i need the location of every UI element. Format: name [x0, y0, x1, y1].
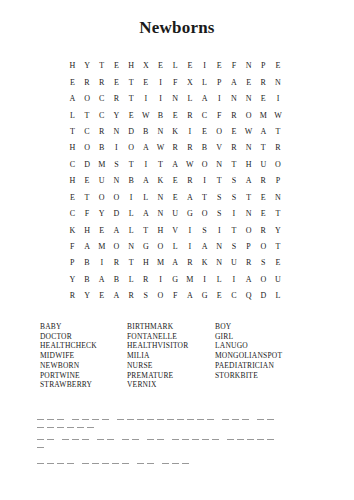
- answer-blank-word: [172, 429, 222, 447]
- letter-blank-dash: [172, 463, 179, 465]
- word-list-column-1: BABYDOCTORHEALTHCHECKMIDWIFENEWBORNPORTW…: [40, 322, 97, 390]
- letter-blank-dash: [107, 439, 114, 441]
- grid-cell: N: [109, 124, 124, 140]
- letter-blank-dash: [257, 439, 264, 441]
- grid-cell: E: [153, 58, 168, 74]
- grid-cell: O: [80, 91, 95, 107]
- grid-cell: R: [94, 74, 109, 90]
- grid-cell: H: [65, 173, 80, 189]
- grid-cell: A: [183, 190, 198, 206]
- word-item: VERNIX: [127, 380, 188, 390]
- grid-cell: I: [138, 91, 153, 107]
- grid-cell: T: [256, 140, 271, 156]
- grid-cell: A: [109, 222, 124, 238]
- letter-blank-dash: [147, 463, 154, 465]
- grid-cell: X: [138, 58, 153, 74]
- grid-cell: S: [227, 190, 242, 206]
- grid-cell: T: [124, 255, 139, 271]
- grid-cell: R: [271, 140, 286, 156]
- letter-blank-dash: [127, 419, 134, 421]
- grid-cell: N: [168, 91, 183, 107]
- grid-cell: T: [241, 190, 256, 206]
- grid-cell: U: [94, 173, 109, 189]
- letter-blank-dash: [102, 463, 109, 465]
- grid-cell: M: [153, 255, 168, 271]
- grid-cell: E: [227, 124, 242, 140]
- grid-cell: A: [138, 140, 153, 156]
- grid-cell: I: [197, 272, 212, 288]
- grid-cell: P: [65, 255, 80, 271]
- wordsearch-grid: HYTEHXELEIEFNPEERRETEIFXLPAERNAOCRTIINLA…: [65, 58, 285, 305]
- grid-cell: B: [197, 140, 212, 156]
- grid-cell: S: [227, 239, 242, 255]
- grid-cell: I: [227, 272, 242, 288]
- grid-cell: C: [65, 206, 80, 222]
- grid-cell: N: [153, 124, 168, 140]
- grid-cell: L: [124, 206, 139, 222]
- answer-blank-word: [37, 453, 77, 471]
- grid-cell: O: [241, 107, 256, 123]
- letter-blank-dash: [202, 439, 209, 441]
- letter-blank-dash: [147, 419, 154, 421]
- answer-blank-line: [37, 429, 327, 437]
- grid-cell: O: [94, 190, 109, 206]
- word-item: NURSE: [127, 361, 188, 371]
- grid-cell: C: [197, 107, 212, 123]
- grid-cell: K: [153, 173, 168, 189]
- word-item: BIRTHMARK: [127, 322, 188, 332]
- letter-blank-dash: [112, 463, 119, 465]
- letter-blank-dash: [137, 463, 144, 465]
- grid-cell: A: [80, 239, 95, 255]
- answer-blank-word: [122, 429, 142, 447]
- grid-cell: I: [212, 91, 227, 107]
- letter-blank-dash: [77, 427, 84, 429]
- grid-cell: A: [138, 173, 153, 189]
- grid-cell: B: [138, 124, 153, 140]
- grid-cell: U: [168, 206, 183, 222]
- letter-blank-dash: [67, 463, 74, 465]
- grid-cell: D: [109, 206, 124, 222]
- letter-blank-dash: [137, 419, 144, 421]
- letter-blank-dash: [247, 439, 254, 441]
- word-list-column-3: BOYGIRLLANUGOMONGOLIANSPOTPAEDIATRICIANS…: [215, 322, 282, 380]
- grid-cell: B: [94, 140, 109, 156]
- answer-blank-word: [162, 453, 192, 471]
- answer-blank-line: [37, 453, 327, 461]
- grid-cell: W: [271, 107, 286, 123]
- grid-cell: F: [168, 288, 183, 304]
- grid-cell: H: [241, 157, 256, 173]
- grid-cell: M: [94, 239, 109, 255]
- letter-blank-dash: [47, 427, 54, 429]
- grid-cell: B: [124, 173, 139, 189]
- grid-cell: A: [168, 157, 183, 173]
- letter-blank-dash: [72, 439, 79, 441]
- letter-blank-dash: [257, 419, 264, 421]
- grid-cell: S: [197, 222, 212, 238]
- answer-blank-word: [97, 429, 117, 447]
- word-item: STRAWBERRY: [40, 380, 97, 390]
- grid-cell: E: [109, 58, 124, 74]
- grid-cell: I: [153, 74, 168, 90]
- grid-cell: Y: [80, 288, 95, 304]
- grid-cell: T: [138, 222, 153, 238]
- grid-cell: W: [153, 140, 168, 156]
- answer-blank-word: [137, 453, 157, 471]
- grid-cell: P: [271, 173, 286, 189]
- letter-blank-dash: [242, 419, 249, 421]
- grid-cell: U: [256, 157, 271, 173]
- word-item: HEALTHVISITOR: [127, 341, 188, 351]
- grid-cell: T: [271, 124, 286, 140]
- grid-cell: T: [197, 190, 212, 206]
- grid-cell: Y: [109, 107, 124, 123]
- grid-cell: W: [138, 107, 153, 123]
- grid-cell: E: [94, 222, 109, 238]
- grid-cell: D: [256, 288, 271, 304]
- answer-blanks-paragraph-1: [37, 409, 327, 425]
- letter-blank-dash: [47, 463, 54, 465]
- grid-cell: C: [227, 288, 242, 304]
- grid-cell: T: [65, 124, 80, 140]
- letter-blank-dash: [157, 419, 164, 421]
- word-item: HEALTHCHECK: [40, 341, 97, 351]
- letter-blank-dash: [177, 419, 184, 421]
- grid-cell: E: [138, 74, 153, 90]
- grid-cell: R: [183, 140, 198, 156]
- grid-cell: E: [256, 190, 271, 206]
- grid-cell: I: [212, 222, 227, 238]
- letter-blank-dash: [267, 419, 274, 421]
- grid-cell: W: [183, 157, 198, 173]
- grid-cell: R: [183, 255, 198, 271]
- grid-cell: M: [183, 272, 198, 288]
- grid-cell: I: [153, 91, 168, 107]
- grid-cell: E: [94, 288, 109, 304]
- grid-cell: E: [183, 58, 198, 74]
- grid-cell: R: [183, 107, 198, 123]
- letter-blank-dash: [222, 419, 229, 421]
- grid-cell: L: [168, 239, 183, 255]
- answer-blank-line: [37, 409, 327, 417]
- answer-blank-word: [117, 409, 217, 427]
- grid-cell: O: [80, 140, 95, 156]
- grid-cell: L: [124, 272, 139, 288]
- grid-cell: M: [94, 157, 109, 173]
- grid-cell: I: [109, 140, 124, 156]
- word-item: PAEDIATRICIAN: [215, 361, 282, 371]
- grid-cell: E: [271, 255, 286, 271]
- grid-cell: O: [124, 140, 139, 156]
- grid-cell: E: [256, 91, 271, 107]
- grid-cell: R: [227, 107, 242, 123]
- grid-cell: Y: [65, 272, 80, 288]
- grid-cell: I: [153, 272, 168, 288]
- grid-cell: E: [124, 107, 139, 123]
- grid-cell: N: [212, 239, 227, 255]
- letter-blank-dash: [187, 419, 194, 421]
- grid-cell: I: [124, 190, 139, 206]
- grid-cell: F: [168, 74, 183, 90]
- grid-cell: L: [168, 58, 183, 74]
- answer-blanks-paragraph-2: [37, 429, 327, 445]
- grid-cell: C: [94, 91, 109, 107]
- word-item: PREMATURE: [127, 371, 188, 381]
- grid-cell: H: [138, 255, 153, 271]
- grid-cell: L: [65, 107, 80, 123]
- grid-cell: U: [227, 255, 242, 271]
- grid-cell: V: [168, 222, 183, 238]
- grid-cell: O: [271, 157, 286, 173]
- grid-cell: T: [271, 239, 286, 255]
- grid-cell: N: [241, 58, 256, 74]
- grid-cell: F: [212, 107, 227, 123]
- letter-blank-dash: [157, 439, 164, 441]
- grid-cell: A: [109, 288, 124, 304]
- grid-cell: V: [212, 140, 227, 156]
- grid-cell: S: [227, 173, 242, 189]
- grid-cell: G: [197, 288, 212, 304]
- word-list-column-2: BIRTHMARKFONTANELLEHEALTHVISITORMILIANUR…: [127, 322, 188, 390]
- grid-cell: O: [109, 190, 124, 206]
- grid-cell: Y: [271, 222, 286, 238]
- grid-cell: R: [241, 255, 256, 271]
- grid-cell: R: [227, 140, 242, 156]
- grid-cell: A: [256, 124, 271, 140]
- grid-cell: R: [124, 288, 139, 304]
- grid-cell: O: [256, 239, 271, 255]
- grid-cell: A: [183, 288, 198, 304]
- grid-cell: U: [271, 272, 286, 288]
- grid-cell: A: [197, 91, 212, 107]
- grid-cell: P: [241, 239, 256, 255]
- grid-cell: A: [94, 272, 109, 288]
- word-item: NEWBORN: [40, 361, 97, 371]
- letter-blank-dash: [212, 439, 219, 441]
- grid-cell: Y: [80, 58, 95, 74]
- grid-cell: E: [80, 173, 95, 189]
- grid-cell: L: [271, 288, 286, 304]
- letter-blank-dash: [102, 419, 109, 421]
- grid-cell: N: [241, 206, 256, 222]
- letter-blank-dash: [192, 439, 199, 441]
- grid-cell: E: [168, 107, 183, 123]
- grid-cell: T: [227, 222, 242, 238]
- grid-cell: B: [80, 255, 95, 271]
- grid-cell: I: [183, 124, 198, 140]
- grid-cell: N: [227, 91, 242, 107]
- answer-blank-word: [147, 429, 167, 447]
- letter-blank-dash: [132, 439, 139, 441]
- grid-cell: N: [124, 239, 139, 255]
- letter-blank-dash: [182, 439, 189, 441]
- grid-cell: G: [138, 239, 153, 255]
- grid-cell: E: [65, 190, 80, 206]
- grid-cell: E: [256, 206, 271, 222]
- grid-cell: R: [168, 140, 183, 156]
- grid-cell: I: [183, 239, 198, 255]
- letter-blank-dash: [207, 419, 214, 421]
- word-item: STORKBITE: [215, 371, 282, 381]
- grid-cell: T: [124, 157, 139, 173]
- grid-cell: N: [109, 173, 124, 189]
- answer-blanks-paragraph-3: [37, 453, 327, 461]
- word-item: PORTWINE: [40, 371, 97, 381]
- grid-cell: R: [65, 288, 80, 304]
- grid-cell: A: [241, 272, 256, 288]
- word-item: BABY: [40, 322, 97, 332]
- letter-blank-dash: [197, 419, 204, 421]
- grid-cell: K: [197, 255, 212, 271]
- grid-cell: O: [153, 239, 168, 255]
- grid-cell: F: [65, 239, 80, 255]
- grid-cell: E: [212, 58, 227, 74]
- grid-cell: R: [256, 173, 271, 189]
- grid-cell: C: [80, 124, 95, 140]
- grid-cell: E: [271, 58, 286, 74]
- grid-cell: S: [212, 190, 227, 206]
- grid-cell: R: [138, 272, 153, 288]
- grid-cell: T: [80, 190, 95, 206]
- answer-blank-word: [62, 429, 92, 447]
- answer-blank-word: [222, 409, 252, 427]
- grid-cell: X: [183, 74, 198, 90]
- grid-cell: M: [256, 107, 271, 123]
- grid-cell: N: [241, 91, 256, 107]
- grid-cell: N: [212, 255, 227, 271]
- grid-cell: E: [65, 74, 80, 90]
- grid-cell: E: [109, 74, 124, 90]
- grid-cell: I: [94, 255, 109, 271]
- grid-cell: W: [241, 124, 256, 140]
- grid-cell: T: [212, 173, 227, 189]
- letter-blank-dash: [122, 463, 129, 465]
- grid-cell: A: [241, 173, 256, 189]
- grid-cell: B: [153, 107, 168, 123]
- letter-blank-dash: [122, 439, 129, 441]
- grid-cell: O: [197, 206, 212, 222]
- grid-cell: A: [138, 206, 153, 222]
- grid-cell: R: [94, 124, 109, 140]
- grid-cell: N: [241, 140, 256, 156]
- grid-cell: K: [65, 222, 80, 238]
- grid-cell: S: [256, 255, 271, 271]
- grid-cell: L: [197, 74, 212, 90]
- grid-cell: N: [153, 190, 168, 206]
- letter-blank-dash: [97, 439, 104, 441]
- grid-cell: F: [227, 58, 242, 74]
- grid-cell: G: [183, 206, 198, 222]
- grid-cell: L: [212, 272, 227, 288]
- grid-cell: P: [256, 58, 271, 74]
- letter-blank-dash: [57, 463, 64, 465]
- grid-cell: O: [109, 239, 124, 255]
- grid-cell: E: [241, 74, 256, 90]
- answer-blank-word: [82, 453, 132, 471]
- word-item: BOY: [215, 322, 282, 332]
- grid-cell: A: [168, 255, 183, 271]
- word-item: MONGOLIANSPOT: [215, 351, 282, 361]
- letter-blank-dash: [227, 439, 234, 441]
- grid-cell: E: [197, 124, 212, 140]
- grid-cell: K: [168, 124, 183, 140]
- grid-cell: A: [197, 239, 212, 255]
- grid-cell: T: [227, 157, 242, 173]
- answer-blank-word: [257, 409, 277, 427]
- grid-cell: R: [256, 74, 271, 90]
- grid-cell: I: [197, 58, 212, 74]
- grid-cell: P: [212, 74, 227, 90]
- grid-cell: D: [124, 124, 139, 140]
- grid-cell: G: [168, 272, 183, 288]
- letter-blank-dash: [267, 439, 274, 441]
- grid-cell: D: [80, 157, 95, 173]
- grid-cell: I: [271, 91, 286, 107]
- grid-cell: H: [153, 222, 168, 238]
- grid-cell: Y: [94, 206, 109, 222]
- letter-blank-dash: [37, 427, 44, 429]
- letter-blank-dash: [172, 439, 179, 441]
- grid-cell: R: [109, 255, 124, 271]
- grid-cell: O: [212, 124, 227, 140]
- letter-blank-dash: [182, 463, 189, 465]
- grid-cell: T: [153, 157, 168, 173]
- grid-cell: R: [109, 91, 124, 107]
- letter-blank-dash: [37, 447, 44, 449]
- grid-cell: N: [271, 190, 286, 206]
- grid-cell: H: [65, 58, 80, 74]
- grid-cell: O: [256, 272, 271, 288]
- letter-blank-dash: [92, 463, 99, 465]
- letter-blank-dash: [62, 439, 69, 441]
- word-item: GIRL: [215, 332, 282, 342]
- grid-cell: I: [183, 222, 198, 238]
- grid-cell: R: [80, 74, 95, 90]
- letter-blank-dash: [82, 463, 89, 465]
- grid-cell: I: [197, 173, 212, 189]
- grid-cell: H: [65, 140, 80, 156]
- grid-cell: S: [138, 288, 153, 304]
- grid-cell: B: [109, 272, 124, 288]
- letter-blank-dash: [147, 439, 154, 441]
- puzzle-title: Newborns: [0, 18, 354, 38]
- grid-cell: I: [138, 157, 153, 173]
- grid-cell: I: [227, 206, 242, 222]
- letter-blank-dash: [87, 427, 94, 429]
- word-item: MILIA: [127, 351, 188, 361]
- grid-cell: O: [153, 288, 168, 304]
- grid-cell: L: [124, 222, 139, 238]
- grid-cell: N: [212, 157, 227, 173]
- letter-blank-dash: [237, 439, 244, 441]
- answer-blank-word: [227, 429, 277, 447]
- grid-cell: Q: [241, 288, 256, 304]
- letter-blank-dash: [67, 427, 74, 429]
- grid-cell: T: [124, 91, 139, 107]
- grid-cell: T: [80, 107, 95, 123]
- grid-cell: H: [80, 222, 95, 238]
- grid-cell: C: [94, 107, 109, 123]
- grid-cell: F: [80, 206, 95, 222]
- grid-cell: S: [109, 157, 124, 173]
- grid-cell: C: [65, 157, 80, 173]
- letter-blank-dash: [162, 463, 169, 465]
- word-item: LANUGO: [215, 341, 282, 351]
- grid-cell: R: [256, 222, 271, 238]
- letter-blank-dash: [167, 419, 174, 421]
- grid-cell: T: [124, 74, 139, 90]
